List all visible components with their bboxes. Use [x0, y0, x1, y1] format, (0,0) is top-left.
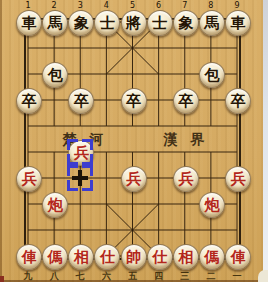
selected-piece-marker	[67, 139, 93, 165]
move-origin-crosshair	[67, 165, 93, 191]
file-number-top: 2	[52, 2, 57, 10]
black-piece-卒[interactable]: 卒	[121, 88, 147, 114]
red-piece-仕[interactable]: 仕	[147, 244, 173, 270]
black-piece-馬[interactable]: 馬	[42, 10, 68, 36]
black-piece-卒[interactable]: 卒	[173, 88, 199, 114]
window-corner-bottom-right	[258, 270, 268, 282]
black-piece-車[interactable]: 車	[225, 10, 251, 36]
black-piece-包[interactable]: 包	[42, 62, 68, 88]
black-piece-卒[interactable]: 卒	[225, 88, 251, 114]
red-piece-兵[interactable]: 兵	[173, 166, 199, 192]
red-piece-相[interactable]: 相	[173, 244, 199, 270]
file-number-top: 8	[208, 2, 213, 10]
file-number-top: 5	[130, 2, 135, 10]
board-edge-shadow-left	[0, 0, 2, 282]
red-piece-俥[interactable]: 俥	[225, 244, 251, 270]
file-number-top: 9	[234, 2, 239, 10]
file-number-top: 4	[104, 2, 109, 10]
file-number-top: 1	[25, 2, 30, 10]
black-piece-將[interactable]: 將	[121, 10, 147, 36]
black-piece-卒[interactable]: 卒	[16, 88, 42, 114]
red-piece-兵[interactable]: 兵	[16, 166, 42, 192]
river-text-right: 漢界	[151, 131, 218, 149]
black-piece-車[interactable]: 車	[16, 10, 42, 36]
board-grid[interactable]	[0, 0, 268, 282]
red-piece-兵[interactable]: 兵	[121, 166, 147, 192]
window-corner-bottom-left	[0, 276, 4, 282]
red-piece-俥[interactable]: 俥	[16, 244, 42, 270]
xiangqi-board-window: 123456789 九八七六五四三二一 楚河 漢界 車馬象士將士象馬車包包卒卒卒…	[0, 0, 268, 282]
red-piece-兵[interactable]: 兵	[225, 166, 251, 192]
red-piece-傌[interactable]: 傌	[199, 244, 225, 270]
black-piece-馬[interactable]: 馬	[199, 10, 225, 36]
black-piece-包[interactable]: 包	[199, 62, 225, 88]
black-piece-象[interactable]: 象	[173, 10, 199, 36]
red-piece-傌[interactable]: 傌	[42, 244, 68, 270]
red-piece-炮[interactable]: 炮	[199, 192, 225, 218]
file-number-top: 6	[156, 2, 161, 10]
red-piece-炮[interactable]: 炮	[42, 192, 68, 218]
red-piece-帥[interactable]: 帥	[121, 244, 147, 270]
file-number-top: 7	[182, 2, 187, 10]
window-edge-right	[263, 0, 268, 282]
file-number-top: 3	[78, 2, 83, 10]
black-piece-士[interactable]: 士	[147, 10, 173, 36]
